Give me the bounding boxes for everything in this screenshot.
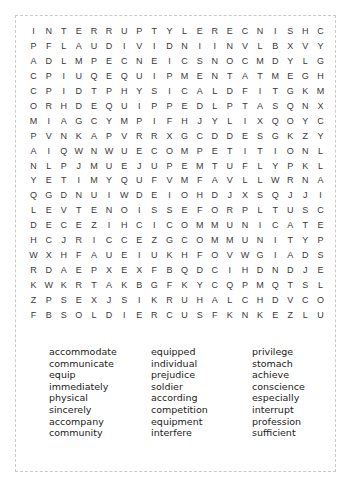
- grid-cell[interactable]: C: [102, 233, 117, 248]
- grid-cell[interactable]: P: [41, 69, 56, 84]
- grid-cell[interactable]: C: [268, 218, 283, 233]
- grid-cell[interactable]: T: [237, 99, 252, 114]
- grid-cell[interactable]: E: [177, 203, 192, 218]
- grid-cell[interactable]: P: [41, 293, 56, 308]
- grid-cell[interactable]: A: [26, 144, 41, 159]
- grid-cell[interactable]: I: [162, 188, 177, 203]
- grid-cell[interactable]: E: [222, 24, 237, 39]
- grid-cell[interactable]: G: [71, 114, 86, 129]
- grid-cell[interactable]: D: [192, 99, 207, 114]
- grid-cell[interactable]: X: [283, 39, 298, 54]
- grid-cell[interactable]: C: [207, 278, 222, 293]
- grid-cell[interactable]: N: [26, 159, 41, 174]
- grid-cell[interactable]: I: [162, 84, 177, 99]
- grid-cell[interactable]: E: [147, 188, 162, 203]
- grid-cell[interactable]: Q: [283, 99, 298, 114]
- grid-cell[interactable]: D: [268, 54, 283, 69]
- grid-cell[interactable]: D: [71, 84, 86, 99]
- grid-cell[interactable]: Q: [26, 188, 41, 203]
- grid-cell[interactable]: P: [162, 69, 177, 84]
- grid-cell[interactable]: P: [192, 144, 207, 159]
- grid-cell[interactable]: D: [132, 188, 147, 203]
- grid-cell[interactable]: Q: [86, 69, 101, 84]
- grid-cell[interactable]: Z: [147, 233, 162, 248]
- grid-cell[interactable]: S: [147, 84, 162, 99]
- grid-cell[interactable]: K: [26, 278, 41, 293]
- grid-cell[interactable]: V: [117, 129, 132, 144]
- grid-cell[interactable]: S: [192, 308, 207, 323]
- grid-cell[interactable]: L: [56, 39, 71, 54]
- grid-cell[interactable]: L: [222, 293, 237, 308]
- grid-cell[interactable]: R: [147, 129, 162, 144]
- grid-cell[interactable]: M: [177, 69, 192, 84]
- grid-cell[interactable]: E: [268, 308, 283, 323]
- grid-cell[interactable]: D: [222, 84, 237, 99]
- grid-cell[interactable]: W: [102, 144, 117, 159]
- grid-cell[interactable]: A: [313, 173, 328, 188]
- grid-cell[interactable]: D: [26, 218, 41, 233]
- grid-cell[interactable]: C: [298, 293, 313, 308]
- grid-cell[interactable]: O: [283, 144, 298, 159]
- grid-cell[interactable]: F: [162, 114, 177, 129]
- grid-cell[interactable]: F: [26, 308, 41, 323]
- grid-cell[interactable]: S: [147, 203, 162, 218]
- grid-cell[interactable]: E: [102, 69, 117, 84]
- grid-cell[interactable]: H: [298, 24, 313, 39]
- grid-cell[interactable]: I: [102, 188, 117, 203]
- grid-cell[interactable]: G: [41, 188, 56, 203]
- grid-cell[interactable]: Y: [207, 114, 222, 129]
- grid-cell[interactable]: L: [298, 308, 313, 323]
- grid-cell[interactable]: L: [177, 24, 192, 39]
- grid-cell[interactable]: M: [313, 84, 328, 99]
- grid-cell[interactable]: L: [313, 144, 328, 159]
- grid-cell[interactable]: T: [253, 144, 268, 159]
- grid-cell[interactable]: V: [132, 39, 147, 54]
- grid-cell[interactable]: A: [102, 278, 117, 293]
- grid-cell[interactable]: D: [207, 188, 222, 203]
- grid-cell[interactable]: T: [71, 203, 86, 218]
- grid-cell[interactable]: T: [283, 233, 298, 248]
- grid-cell[interactable]: E: [41, 218, 56, 233]
- grid-cell[interactable]: Z: [298, 129, 313, 144]
- grid-cell[interactable]: L: [253, 39, 268, 54]
- grid-cell[interactable]: P: [26, 129, 41, 144]
- grid-cell[interactable]: F: [192, 248, 207, 263]
- grid-cell[interactable]: I: [41, 144, 56, 159]
- grid-cell[interactable]: J: [102, 293, 117, 308]
- grid-cell[interactable]: V: [56, 203, 71, 218]
- grid-cell[interactable]: Z: [283, 308, 298, 323]
- grid-cell[interactable]: I: [132, 203, 147, 218]
- grid-cell[interactable]: A: [56, 114, 71, 129]
- grid-cell[interactable]: J: [298, 188, 313, 203]
- grid-cell[interactable]: X: [313, 99, 328, 114]
- grid-cell[interactable]: Y: [313, 129, 328, 144]
- grid-cell[interactable]: U: [147, 159, 162, 174]
- grid-cell[interactable]: S: [117, 293, 132, 308]
- grid-cell[interactable]: X: [253, 114, 268, 129]
- grid-cell[interactable]: F: [41, 39, 56, 54]
- grid-cell[interactable]: N: [41, 24, 56, 39]
- grid-cell[interactable]: E: [41, 173, 56, 188]
- grid-cell[interactable]: L: [207, 99, 222, 114]
- grid-cell[interactable]: P: [132, 114, 147, 129]
- grid-cell[interactable]: F: [147, 173, 162, 188]
- grid-cell[interactable]: S: [298, 278, 313, 293]
- grid-cell[interactable]: L: [86, 308, 101, 323]
- grid-cell[interactable]: H: [253, 293, 268, 308]
- grid-cell[interactable]: L: [237, 173, 252, 188]
- grid-cell[interactable]: X: [41, 248, 56, 263]
- grid-cell[interactable]: J: [56, 233, 71, 248]
- grid-cell[interactable]: I: [132, 293, 147, 308]
- grid-cell[interactable]: O: [207, 248, 222, 263]
- grid-cell[interactable]: E: [313, 263, 328, 278]
- grid-cell[interactable]: G: [177, 129, 192, 144]
- grid-cell[interactable]: Q: [222, 278, 237, 293]
- grid-cell[interactable]: E: [132, 144, 147, 159]
- grid-cell[interactable]: U: [177, 308, 192, 323]
- grid-cell[interactable]: T: [298, 218, 313, 233]
- grid-cell[interactable]: A: [207, 293, 222, 308]
- grid-cell[interactable]: T: [268, 84, 283, 99]
- grid-cell[interactable]: T: [283, 278, 298, 293]
- grid-cell[interactable]: R: [71, 278, 86, 293]
- grid-cell[interactable]: R: [132, 129, 147, 144]
- grid-cell[interactable]: N: [86, 144, 101, 159]
- grid-cell[interactable]: H: [117, 84, 132, 99]
- grid-cell[interactable]: I: [313, 188, 328, 203]
- grid-cell[interactable]: G: [253, 248, 268, 263]
- grid-cell[interactable]: L: [253, 159, 268, 174]
- grid-cell[interactable]: I: [268, 24, 283, 39]
- grid-cell[interactable]: R: [207, 24, 222, 39]
- grid-cell[interactable]: T: [222, 69, 237, 84]
- grid-cell[interactable]: C: [313, 203, 328, 218]
- grid-cell[interactable]: C: [56, 218, 71, 233]
- grid-cell[interactable]: I: [253, 218, 268, 233]
- grid-cell[interactable]: S: [313, 248, 328, 263]
- grid-cell[interactable]: C: [26, 84, 41, 99]
- grid-cell[interactable]: E: [71, 218, 86, 233]
- grid-cell[interactable]: I: [268, 233, 283, 248]
- grid-cell[interactable]: E: [283, 69, 298, 84]
- grid-cell[interactable]: C: [177, 54, 192, 69]
- grid-cell[interactable]: Y: [313, 39, 328, 54]
- grid-cell[interactable]: I: [56, 84, 71, 99]
- grid-cell[interactable]: A: [253, 99, 268, 114]
- grid-cell[interactable]: S: [162, 203, 177, 218]
- grid-cell[interactable]: C: [177, 84, 192, 99]
- grid-cell[interactable]: O: [71, 308, 86, 323]
- grid-cell[interactable]: A: [192, 84, 207, 99]
- grid-cell[interactable]: E: [313, 218, 328, 233]
- grid-cell[interactable]: Y: [162, 24, 177, 39]
- grid-cell[interactable]: D: [41, 263, 56, 278]
- grid-cell[interactable]: K: [147, 293, 162, 308]
- grid-cell[interactable]: C: [117, 233, 132, 248]
- grid-cell[interactable]: E: [102, 54, 117, 69]
- grid-cell[interactable]: N: [268, 263, 283, 278]
- grid-cell[interactable]: D: [71, 99, 86, 114]
- grid-cell[interactable]: I: [117, 308, 132, 323]
- grid-cell[interactable]: T: [147, 24, 162, 39]
- grid-cell[interactable]: A: [86, 248, 101, 263]
- grid-cell[interactable]: I: [147, 114, 162, 129]
- grid-cell[interactable]: T: [207, 159, 222, 174]
- grid-cell[interactable]: R: [222, 203, 237, 218]
- grid-cell[interactable]: L: [313, 278, 328, 293]
- grid-cell[interactable]: P: [86, 263, 101, 278]
- grid-cell[interactable]: X: [162, 129, 177, 144]
- grid-cell[interactable]: E: [147, 54, 162, 69]
- grid-cell[interactable]: C: [162, 308, 177, 323]
- grid-cell[interactable]: C: [207, 263, 222, 278]
- grid-cell[interactable]: K: [117, 278, 132, 293]
- grid-cell[interactable]: U: [71, 69, 86, 84]
- grid-cell[interactable]: T: [56, 173, 71, 188]
- grid-cell[interactable]: W: [26, 248, 41, 263]
- grid-cell[interactable]: I: [147, 218, 162, 233]
- grid-cell[interactable]: R: [71, 233, 86, 248]
- grid-cell[interactable]: E: [207, 144, 222, 159]
- grid-cell[interactable]: N: [298, 99, 313, 114]
- grid-cell[interactable]: U: [86, 39, 101, 54]
- grid-cell[interactable]: E: [41, 203, 56, 218]
- grid-cell[interactable]: G: [268, 129, 283, 144]
- grid-cell[interactable]: X: [86, 293, 101, 308]
- grid-cell[interactable]: N: [222, 39, 237, 54]
- grid-cell[interactable]: U: [177, 293, 192, 308]
- grid-cell[interactable]: M: [253, 54, 268, 69]
- grid-cell[interactable]: I: [26, 24, 41, 39]
- grid-cell[interactable]: H: [56, 99, 71, 114]
- grid-cell[interactable]: C: [86, 114, 101, 129]
- grid-cell[interactable]: D: [192, 263, 207, 278]
- grid-cell[interactable]: E: [71, 263, 86, 278]
- grid-cell[interactable]: W: [237, 248, 252, 263]
- grid-cell[interactable]: J: [132, 159, 147, 174]
- grid-cell[interactable]: S: [268, 99, 283, 114]
- grid-cell[interactable]: M: [86, 173, 101, 188]
- grid-cell[interactable]: U: [102, 159, 117, 174]
- grid-cell[interactable]: C: [117, 54, 132, 69]
- grid-cell[interactable]: V: [162, 173, 177, 188]
- grid-cell[interactable]: E: [117, 263, 132, 278]
- grid-cell[interactable]: W: [268, 173, 283, 188]
- grid-cell[interactable]: I: [147, 39, 162, 54]
- grid-cell[interactable]: N: [237, 308, 252, 323]
- grid-cell[interactable]: H: [192, 293, 207, 308]
- grid-cell[interactable]: N: [298, 144, 313, 159]
- grid-cell[interactable]: Y: [102, 173, 117, 188]
- grid-cell[interactable]: M: [253, 278, 268, 293]
- grid-cell[interactable]: Y: [283, 54, 298, 69]
- grid-cell[interactable]: Z: [86, 218, 101, 233]
- grid-cell[interactable]: U: [132, 69, 147, 84]
- grid-cell[interactable]: N: [102, 203, 117, 218]
- grid-cell[interactable]: H: [26, 233, 41, 248]
- grid-cell[interactable]: L: [207, 84, 222, 99]
- grid-cell[interactable]: L: [253, 203, 268, 218]
- grid-cell[interactable]: U: [313, 308, 328, 323]
- grid-cell[interactable]: U: [117, 144, 132, 159]
- grid-cell[interactable]: K: [177, 278, 192, 293]
- grid-cell[interactable]: S: [298, 203, 313, 218]
- grid-cell[interactable]: O: [177, 218, 192, 233]
- grid-cell[interactable]: U: [237, 233, 252, 248]
- grid-cell[interactable]: H: [117, 218, 132, 233]
- grid-cell[interactable]: V: [41, 129, 56, 144]
- grid-cell[interactable]: N: [71, 188, 86, 203]
- grid-cell[interactable]: C: [313, 24, 328, 39]
- grid-cell[interactable]: N: [253, 24, 268, 39]
- grid-cell[interactable]: G: [313, 54, 328, 69]
- grid-cell[interactable]: D: [102, 39, 117, 54]
- grid-cell[interactable]: P: [41, 84, 56, 99]
- grid-cell[interactable]: M: [192, 159, 207, 174]
- grid-cell[interactable]: I: [71, 173, 86, 188]
- grid-cell[interactable]: Q: [268, 188, 283, 203]
- grid-cell[interactable]: U: [117, 99, 132, 114]
- grid-cell[interactable]: I: [192, 39, 207, 54]
- grid-cell[interactable]: I: [147, 69, 162, 84]
- grid-cell[interactable]: I: [117, 39, 132, 54]
- grid-cell[interactable]: M: [26, 114, 41, 129]
- grid-cell[interactable]: U: [102, 248, 117, 263]
- grid-cell[interactable]: A: [56, 263, 71, 278]
- grid-cell[interactable]: N: [56, 129, 71, 144]
- grid-cell[interactable]: I: [132, 248, 147, 263]
- grid-cell[interactable]: M: [71, 54, 86, 69]
- grid-cell[interactable]: L: [298, 54, 313, 69]
- grid-cell[interactable]: U: [283, 203, 298, 218]
- grid-cell[interactable]: T: [86, 84, 101, 99]
- grid-cell[interactable]: G: [162, 233, 177, 248]
- grid-cell[interactable]: Y: [192, 278, 207, 293]
- grid-cell[interactable]: R: [102, 24, 117, 39]
- grid-cell[interactable]: F: [147, 263, 162, 278]
- grid-cell[interactable]: V: [283, 293, 298, 308]
- grid-cell[interactable]: S: [253, 129, 268, 144]
- grid-cell[interactable]: K: [298, 84, 313, 99]
- grid-cell[interactable]: L: [222, 114, 237, 129]
- grid-cell[interactable]: C: [132, 218, 147, 233]
- grid-cell[interactable]: I: [253, 84, 268, 99]
- grid-cell[interactable]: N: [207, 69, 222, 84]
- grid-cell[interactable]: P: [162, 99, 177, 114]
- grid-cell[interactable]: E: [132, 233, 147, 248]
- grid-cell[interactable]: B: [41, 308, 56, 323]
- grid-cell[interactable]: S: [283, 24, 298, 39]
- grid-cell[interactable]: M: [177, 144, 192, 159]
- grid-cell[interactable]: K: [222, 308, 237, 323]
- grid-cell[interactable]: D: [102, 308, 117, 323]
- grid-cell[interactable]: X: [237, 188, 252, 203]
- grid-cell[interactable]: D: [162, 39, 177, 54]
- grid-cell[interactable]: K: [56, 278, 71, 293]
- grid-cell[interactable]: P: [283, 159, 298, 174]
- grid-cell[interactable]: P: [237, 203, 252, 218]
- grid-cell[interactable]: C: [162, 218, 177, 233]
- grid-cell[interactable]: J: [283, 188, 298, 203]
- grid-cell[interactable]: F: [237, 159, 252, 174]
- grid-cell[interactable]: P: [102, 129, 117, 144]
- grid-cell[interactable]: U: [222, 159, 237, 174]
- grid-cell[interactable]: P: [313, 233, 328, 248]
- grid-cell[interactable]: A: [86, 129, 101, 144]
- grid-cell[interactable]: M: [177, 173, 192, 188]
- grid-cell[interactable]: K: [298, 159, 313, 174]
- grid-cell[interactable]: G: [147, 278, 162, 293]
- grid-cell[interactable]: C: [237, 24, 252, 39]
- grid-cell[interactable]: V: [222, 248, 237, 263]
- grid-cell[interactable]: E: [192, 24, 207, 39]
- grid-cell[interactable]: Q: [268, 278, 283, 293]
- grid-cell[interactable]: C: [26, 69, 41, 84]
- grid-cell[interactable]: Q: [117, 173, 132, 188]
- grid-cell[interactable]: L: [253, 173, 268, 188]
- grid-cell[interactable]: I: [132, 99, 147, 114]
- grid-cell[interactable]: H: [177, 248, 192, 263]
- grid-cell[interactable]: X: [102, 263, 117, 278]
- grid-cell[interactable]: T: [268, 203, 283, 218]
- grid-cell[interactable]: K: [253, 308, 268, 323]
- grid-cell[interactable]: V: [237, 39, 252, 54]
- grid-cell[interactable]: T: [222, 144, 237, 159]
- grid-cell[interactable]: S: [56, 308, 71, 323]
- grid-cell[interactable]: K: [71, 129, 86, 144]
- grid-cell[interactable]: E: [117, 248, 132, 263]
- grid-cell[interactable]: S: [192, 54, 207, 69]
- grid-cell[interactable]: D: [268, 293, 283, 308]
- grid-cell[interactable]: D: [253, 263, 268, 278]
- grid-cell[interactable]: M: [117, 114, 132, 129]
- grid-cell[interactable]: U: [86, 188, 101, 203]
- grid-cell[interactable]: D: [283, 263, 298, 278]
- grid-cell[interactable]: C: [192, 129, 207, 144]
- grid-cell[interactable]: A: [237, 69, 252, 84]
- grid-cell[interactable]: D: [298, 248, 313, 263]
- grid-cell[interactable]: D: [207, 129, 222, 144]
- grid-cell[interactable]: P: [147, 99, 162, 114]
- grid-cell[interactable]: E: [177, 99, 192, 114]
- grid-cell[interactable]: P: [132, 24, 147, 39]
- grid-cell[interactable]: R: [283, 173, 298, 188]
- grid-cell[interactable]: B: [132, 278, 147, 293]
- grid-cell[interactable]: E: [117, 159, 132, 174]
- grid-cell[interactable]: R: [162, 293, 177, 308]
- grid-cell[interactable]: U: [222, 218, 237, 233]
- grid-cell[interactable]: Q: [177, 263, 192, 278]
- grid-cell[interactable]: P: [222, 99, 237, 114]
- grid-cell[interactable]: I: [207, 39, 222, 54]
- grid-cell[interactable]: A: [283, 248, 298, 263]
- grid-cell[interactable]: K: [283, 129, 298, 144]
- grid-cell[interactable]: R: [86, 24, 101, 39]
- grid-cell[interactable]: E: [237, 129, 252, 144]
- grid-cell[interactable]: A: [71, 39, 86, 54]
- grid-cell[interactable]: I: [237, 144, 252, 159]
- grid-cell[interactable]: E: [177, 159, 192, 174]
- grid-cell[interactable]: P: [102, 84, 117, 99]
- grid-cell[interactable]: M: [207, 218, 222, 233]
- grid-cell[interactable]: Z: [26, 293, 41, 308]
- grid-cell[interactable]: X: [132, 263, 147, 278]
- grid-cell[interactable]: D: [41, 54, 56, 69]
- grid-cell[interactable]: O: [177, 188, 192, 203]
